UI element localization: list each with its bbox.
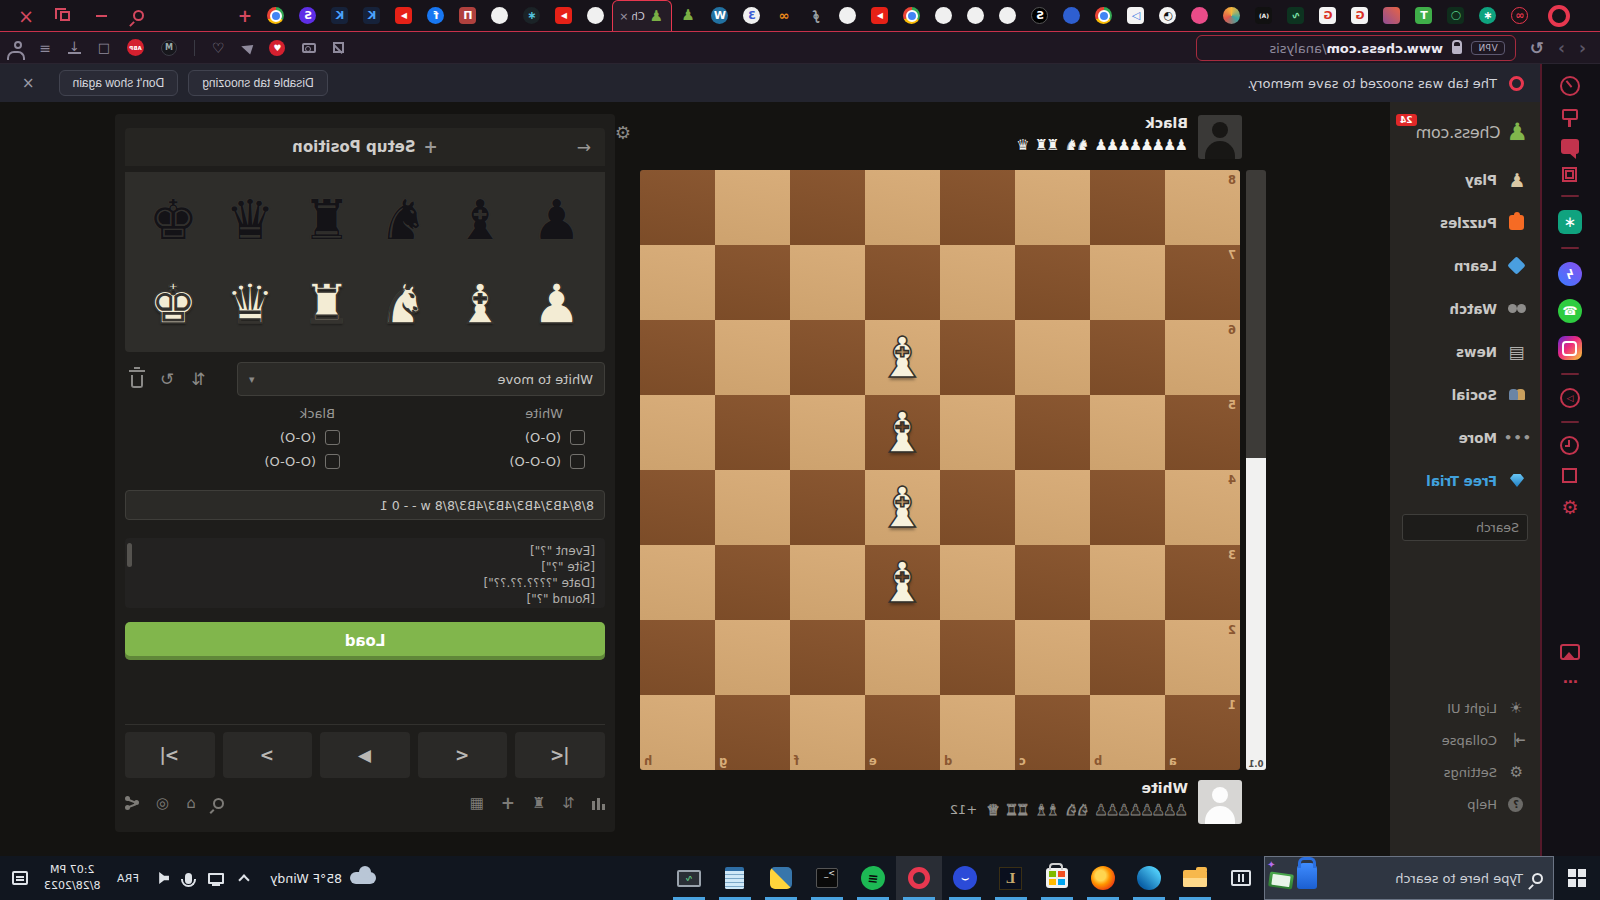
- sidebar-item-news[interactable]: ▤News: [1390, 330, 1540, 373]
- tab-arc[interactable]: (A): [1248, 0, 1280, 31]
- utility-label: Collapse: [1442, 733, 1497, 748]
- square-e8[interactable]: [865, 170, 940, 245]
- address-bar: ‹ › ↻ VPN www.chess.com/analysis ♥♡MABP□…: [0, 32, 1600, 64]
- taskbar-app-store[interactable]: [1034, 856, 1080, 900]
- square-c6[interactable]: [1015, 320, 1090, 395]
- tab-github[interactable]: [580, 0, 612, 31]
- opening-library-icon[interactable]: ⌂: [186, 794, 196, 812]
- square-f7[interactable]: [790, 245, 865, 320]
- notepad-icon: [726, 867, 745, 889]
- pgn-line: [Site "?"]: [135, 559, 595, 575]
- sidebar-item-more[interactable]: •••More: [1390, 416, 1540, 459]
- tab-k[interactable]: K: [324, 0, 356, 31]
- whatsapp-sidebar-icon[interactable]: ☎: [1558, 299, 1582, 323]
- square-h6[interactable]: [640, 320, 715, 395]
- square-a7[interactable]: 7: [1165, 245, 1240, 320]
- restore-icon[interactable]: [60, 11, 70, 21]
- clear-board-trash-icon[interactable]: [131, 370, 143, 388]
- square-d5[interactable]: [940, 395, 1015, 470]
- evaluation-white-portion: [1246, 458, 1266, 770]
- taskbar-app-spotify[interactable]: ≡: [850, 856, 896, 900]
- square-h3[interactable]: [640, 545, 715, 620]
- square-e6[interactable]: ♝: [865, 320, 940, 395]
- evaluation-score: 0.1: [1246, 759, 1266, 769]
- crop-extension-icon[interactable]: [334, 42, 345, 53]
- action-center-icon[interactable]: [12, 871, 28, 885]
- sidebar-item-learn[interactable]: Learn: [1390, 244, 1540, 287]
- square-a5[interactable]: 5: [1165, 395, 1240, 470]
- tab-favicon-chrome: [904, 7, 921, 24]
- weather-widget[interactable]: 85°F Windy: [264, 871, 382, 886]
- tab-favicon-youtube: ▶: [396, 7, 413, 24]
- white-long-castle-checkbox[interactable]: [570, 454, 585, 469]
- tab-three[interactable]: 3: [736, 0, 768, 31]
- plus-icon: +: [424, 137, 438, 157]
- sidebar-item-watch[interactable]: Watch: [1390, 287, 1540, 330]
- chatgpt-sidebar-icon[interactable]: ∗: [1558, 210, 1582, 234]
- terminal-icon: >_: [816, 868, 838, 888]
- chesscom-logo[interactable]: ♟ Chess.com 24: [1390, 102, 1540, 158]
- square-c2[interactable]: [1015, 620, 1090, 695]
- box-sidebar-icon[interactable]: [1563, 468, 1578, 483]
- tab-github[interactable]: [832, 0, 864, 31]
- tab-cat[interactable]: [1056, 0, 1088, 31]
- m-icon-extension-icon[interactable]: M: [161, 40, 177, 56]
- square-e3[interactable]: ♝: [865, 545, 940, 620]
- tab-favicon-chrome: [268, 7, 285, 24]
- rank-label: 2: [1228, 623, 1236, 637]
- tab-favicon-facebook: f: [428, 7, 445, 24]
- castling-white-column: White (O-O) (O-O-O): [365, 406, 605, 478]
- swap-colors-icon[interactable]: ⇅: [191, 369, 205, 389]
- black-long-castle-checkbox[interactable]: [325, 454, 340, 469]
- tab-favicon-github: [936, 7, 953, 24]
- sysmon-icon: ∿: [677, 870, 701, 887]
- new-tab-button[interactable]: +: [238, 6, 252, 26]
- square-a3[interactable]: 3: [1165, 545, 1240, 620]
- chess-board[interactable]: 876♝5♝4♝3♝21abcdefgh: [640, 170, 1240, 770]
- square-a6[interactable]: 6: [1165, 320, 1240, 395]
- back-icon[interactable]: ‹: [1579, 38, 1586, 58]
- chart-icon[interactable]: [592, 797, 605, 810]
- explore-magnifier-icon[interactable]: [213, 798, 224, 809]
- taskbar-search-placeholder: Type here to search: [1395, 871, 1523, 886]
- pgn-scrollbar[interactable]: [127, 543, 132, 567]
- square-c4[interactable]: [1015, 470, 1090, 545]
- microphone-tray-icon[interactable]: [185, 873, 192, 884]
- tab-greencircle[interactable]: ◯: [1440, 0, 1472, 31]
- square-e4[interactable]: ♝: [865, 470, 940, 545]
- palette-black-rook[interactable]: ♜: [302, 193, 351, 248]
- square-d2[interactable]: [940, 620, 1015, 695]
- square-e1[interactable]: e: [865, 695, 940, 770]
- file-label: f: [794, 754, 799, 768]
- sidebar-utility-light-ui[interactable]: ☀Light UI: [1390, 692, 1540, 724]
- dots-sidebar-icon[interactable]: ⋯: [1562, 673, 1578, 691]
- tab-favicon-dribbble: [1192, 7, 1209, 24]
- tab-chrome[interactable]: [1088, 0, 1120, 31]
- square-b3[interactable]: [1090, 545, 1165, 620]
- square-c8[interactable]: [1015, 170, 1090, 245]
- back-arrow-icon[interactable]: ←: [577, 137, 591, 157]
- tab-scircle[interactable]: S: [1024, 0, 1056, 31]
- tab-github[interactable]: [992, 0, 1024, 31]
- taskbar-app-edge[interactable]: [1126, 856, 1172, 900]
- tab-youtube[interactable]: ▶: [548, 0, 580, 31]
- taskbar-app-firefox[interactable]: [1080, 856, 1126, 900]
- sidebar-utility-collapse[interactable]: →▏Collapse: [1390, 724, 1540, 756]
- square-g7[interactable]: [715, 245, 790, 320]
- square-f5[interactable]: [790, 395, 865, 470]
- captured-piece-group: ♟♟♟♟♟♟♟♟: [1096, 136, 1188, 154]
- collapse-icon: →▏: [1506, 733, 1526, 747]
- tab-chrome[interactable]: [260, 0, 292, 31]
- square-a4[interactable]: 4: [1165, 470, 1240, 545]
- square-f6[interactable]: [790, 320, 865, 395]
- taskbar-app-operagx[interactable]: [896, 856, 942, 900]
- turn-selector-dropdown[interactable]: White to move ▾: [237, 362, 605, 396]
- tab-chrome[interactable]: [896, 0, 928, 31]
- tab-favicon-k: K: [332, 7, 349, 24]
- palette-white-knight[interactable]: ♞: [379, 277, 428, 332]
- tab-github[interactable]: [960, 0, 992, 31]
- extension-icons: ♥♡MABP□↓≡: [14, 39, 345, 56]
- sidebar-utility-help[interactable]: ?Help: [1390, 788, 1540, 820]
- square-e7[interactable]: [865, 245, 940, 320]
- tab-controller[interactable]: ∞: [1504, 0, 1536, 31]
- palette-white-queen[interactable]: ♛: [225, 277, 274, 332]
- share-icon[interactable]: [125, 796, 139, 810]
- square-g2[interactable]: [715, 620, 790, 695]
- palette-black-king[interactable]: ♚: [149, 193, 198, 248]
- tab-greent[interactable]: T: [1408, 0, 1440, 31]
- white-avatar[interactable]: [1198, 780, 1242, 824]
- taskbar-clock[interactable]: 2:07 PM 8/28/2023: [44, 862, 100, 894]
- tab-favicon-youtube: ▶: [556, 7, 573, 24]
- palette-black-pawn[interactable]: ♟: [532, 193, 581, 248]
- taskbar-app-terminal[interactable]: >_: [804, 856, 850, 900]
- square-b2[interactable]: [1090, 620, 1165, 695]
- move-navigation-buttons: |<<▶>>|: [125, 732, 605, 778]
- tab-favicon-bird: [1224, 7, 1241, 24]
- sidebar-item-label: Puzzles: [1440, 215, 1497, 231]
- go-to-end-button[interactable]: >|: [125, 732, 215, 778]
- square-a2[interactable]: 2: [1165, 620, 1240, 695]
- tab-github[interactable]: [484, 0, 516, 31]
- box-extension-icon[interactable]: □: [98, 40, 110, 55]
- tab-favicon-infinity: ∞: [776, 7, 793, 24]
- rank-label: 4: [1228, 473, 1236, 487]
- square-h8[interactable]: [640, 170, 715, 245]
- square-g4[interactable]: [715, 470, 790, 545]
- square-c7[interactable]: [1015, 245, 1090, 320]
- sidebar-item-puzzles[interactable]: Puzzles: [1390, 201, 1540, 244]
- pgn-textarea[interactable]: [Event "?"][Site "?"][Date "????.??.??"]…: [125, 538, 605, 608]
- palette-black-knight[interactable]: ♞: [379, 193, 428, 248]
- tab-favicon-github: [588, 7, 605, 24]
- play-sidebar-icon[interactable]: ▷: [1560, 388, 1580, 408]
- tab-facebook[interactable]: f: [420, 0, 452, 31]
- search-promo-image: ✦: [1265, 859, 1323, 899]
- tab-wordpress[interactable]: W: [704, 0, 736, 31]
- clock-sidebar-icon[interactable]: [1561, 436, 1580, 455]
- flip-board-icon[interactable]: ⇅: [562, 794, 575, 812]
- square-b5[interactable]: [1090, 395, 1165, 470]
- tab-youtube[interactable]: ▶: [388, 0, 420, 31]
- square-d8[interactable]: [940, 170, 1015, 245]
- tab-snooze-notification: The tab was snoozed to save memory. Disa…: [0, 64, 1540, 102]
- keyboard-language[interactable]: FRA: [116, 872, 139, 885]
- tab-infinity[interactable]: ∞: [768, 0, 800, 31]
- reset-board-icon[interactable]: ↻: [160, 369, 174, 389]
- tab-chesspawn[interactable]: ♟: [672, 0, 704, 31]
- abp-extension-icon[interactable]: ABP: [127, 39, 144, 56]
- tab-favicon-github: [492, 7, 509, 24]
- brush-sidebar-icon[interactable]: [1562, 109, 1578, 126]
- taskbar-app-sysmon[interactable]: ∿: [666, 856, 712, 900]
- dont-show-again-button[interactable]: Don't show again: [59, 70, 179, 96]
- tab-favicon-tri: ▷: [1128, 7, 1145, 24]
- forward-icon[interactable]: ›: [1558, 38, 1565, 58]
- tab-penguin[interactable]: ◔: [1152, 0, 1184, 31]
- display-tray-icon[interactable]: [208, 873, 224, 884]
- white-short-castle-checkbox[interactable]: [570, 430, 585, 445]
- instagram-sidebar-icon[interactable]: [1558, 336, 1582, 360]
- square-f2[interactable]: [790, 620, 865, 695]
- load-button[interactable]: Load: [125, 622, 605, 660]
- search-icon[interactable]: [133, 10, 144, 21]
- heart-extension-icon[interactable]: ♡: [212, 40, 225, 56]
- pieces-icon[interactable]: ♜: [532, 794, 545, 812]
- play-button[interactable]: ▶: [320, 732, 410, 778]
- taskbar-app-notepad[interactable]: [712, 856, 758, 900]
- spotify-icon: ≡: [861, 866, 885, 890]
- captured-piece-group: ♛: [1018, 136, 1029, 154]
- python-icon: [770, 867, 792, 889]
- taskbar-app-league[interactable]: L: [988, 856, 1034, 900]
- reload-icon[interactable]: ↻: [1530, 38, 1544, 58]
- sidebar-item-label: Free Trial: [1426, 473, 1497, 489]
- square-c5[interactable]: [1015, 395, 1090, 470]
- pgn-line: [Round "?"]: [135, 591, 595, 607]
- pgn-line: [Event "?"]: [135, 543, 595, 559]
- square-h4[interactable]: [640, 470, 715, 545]
- square-f8[interactable]: [790, 170, 865, 245]
- square-h1[interactable]: h: [640, 695, 715, 770]
- binoculars-icon: [1507, 304, 1527, 314]
- tab-clip[interactable]: ∮: [800, 0, 832, 31]
- cpu-sidebar-icon[interactable]: [1563, 167, 1578, 182]
- tab-chesscom-active[interactable]: ♟Ch×: [612, 0, 672, 31]
- square-e5[interactable]: ♝: [865, 395, 940, 470]
- tab-ph[interactable]: Π: [452, 0, 484, 31]
- white-bishop-e5[interactable]: ♝: [865, 395, 940, 470]
- tab-react[interactable]: ∗: [516, 0, 548, 31]
- square-g3[interactable]: [715, 545, 790, 620]
- sidebar-item-social[interactable]: Social: [1390, 373, 1540, 416]
- tab-favicon-arc: (A): [1256, 7, 1273, 24]
- square-b7[interactable]: [1090, 245, 1165, 320]
- square-b6[interactable]: [1090, 320, 1165, 395]
- palette-white-king[interactable]: ♚: [149, 277, 198, 332]
- practice-target-icon[interactable]: ◎: [156, 794, 169, 812]
- next-move-button[interactable]: >: [223, 732, 313, 778]
- sliders-extension-icon[interactable]: ≡: [39, 40, 51, 56]
- close-icon[interactable]: ×: [18, 5, 34, 27]
- square-h7[interactable]: [640, 245, 715, 320]
- tab-close-icon[interactable]: ×: [619, 10, 628, 23]
- square-d7[interactable]: [940, 245, 1015, 320]
- camera-extension-icon[interactable]: [303, 43, 317, 53]
- square-c1[interactable]: c: [1015, 695, 1090, 770]
- person-extension-icon[interactable]: [14, 47, 22, 49]
- weather-text: 85°F Windy: [270, 871, 342, 886]
- taskbar-app-discord[interactable]: ⌣: [942, 856, 988, 900]
- captured-piece-group: ♟♟♟♟♟♟♟♟: [1096, 801, 1188, 819]
- white-bishop-e4[interactable]: ♝: [865, 470, 940, 545]
- sidebar-items: ♟PlayPuzzlesLearnWatch▤NewsSocial•••More…: [1390, 158, 1540, 502]
- image-sidebar-icon[interactable]: [1560, 644, 1580, 660]
- black-short-castle-checkbox[interactable]: [325, 430, 340, 445]
- disable-tab-snoozing-button[interactable]: Disable tab snoozing: [188, 70, 327, 96]
- file-label: g: [719, 754, 727, 768]
- castling-options: White (O-O) (O-O-O) Black (O-O) (O-O-O): [125, 406, 605, 478]
- rank-label: 6: [1228, 323, 1236, 337]
- board-editor-icon[interactable]: ▦: [470, 794, 484, 812]
- taskbar-date: 8/28/2023: [44, 878, 100, 894]
- sidebar-item-label: More: [1458, 430, 1497, 446]
- notification-close-icon[interactable]: ×: [22, 74, 35, 92]
- square-b8[interactable]: [1090, 170, 1165, 245]
- vpn-badge[interactable]: VPN: [1471, 41, 1505, 55]
- add-icon[interactable]: +: [501, 793, 515, 813]
- avg-extension-icon[interactable]: ♥: [270, 40, 286, 56]
- palette-white-bishop[interactable]: ♝: [455, 277, 504, 332]
- sidebar-item-free-trial[interactable]: Free Trial: [1390, 459, 1540, 502]
- square-a1[interactable]: 1a: [1165, 695, 1240, 770]
- sidebar-item-label: News: [1456, 344, 1497, 360]
- square-f4[interactable]: [790, 470, 865, 545]
- tab-bird[interactable]: [1216, 0, 1248, 31]
- palette-white-rook[interactable]: ♜: [302, 277, 351, 332]
- tab-youtube[interactable]: ▶: [864, 0, 896, 31]
- square-f3[interactable]: [790, 545, 865, 620]
- square-d6[interactable]: [940, 320, 1015, 395]
- tab-anime[interactable]: [1376, 0, 1408, 31]
- fen-input[interactable]: 8/8/4B3/4B3/4B3/4B3/8/8 w - - 0 1: [125, 490, 605, 520]
- tab-dribbble[interactable]: [1184, 0, 1216, 31]
- tab-tri[interactable]: ▷: [1120, 0, 1152, 31]
- tab-gmail[interactable]: G: [1312, 0, 1344, 31]
- send-extension-icon[interactable]: [242, 43, 253, 53]
- square-b1[interactable]: b: [1090, 695, 1165, 770]
- file-label: a: [1169, 754, 1177, 768]
- gauge-sidebar-icon[interactable]: [1560, 76, 1580, 96]
- tab-favicon-shazam: S: [300, 7, 317, 24]
- tab-shazam[interactable]: S: [292, 0, 324, 31]
- square-g8[interactable]: [715, 170, 790, 245]
- utility-label: Help: [1467, 797, 1497, 812]
- palette-black-queen[interactable]: ♛: [225, 193, 274, 248]
- taskbar-app-taskview[interactable]: [1218, 856, 1264, 900]
- gear-sidebar-icon[interactable]: ⚙: [1561, 496, 1578, 518]
- sidebar-item-label: Watch: [1449, 301, 1497, 317]
- file-label: b: [1094, 754, 1102, 768]
- sidebar-utility-settings[interactable]: ⚙Settings: [1390, 756, 1540, 788]
- white-bishop-e6[interactable]: ♝: [865, 320, 940, 395]
- tab-chatgpt[interactable]: ∗: [1472, 0, 1504, 31]
- taskbar-app-python[interactable]: [758, 856, 804, 900]
- logo-text: Chess: [1454, 123, 1500, 142]
- sidebar-search-input[interactable]: [1402, 514, 1528, 541]
- square-g5[interactable]: [715, 395, 790, 470]
- evaluation-bar: 0.1: [1246, 170, 1266, 770]
- messenger-sidebar-icon[interactable]: ϟ: [1558, 262, 1582, 286]
- square-a8[interactable]: 8: [1165, 170, 1240, 245]
- rank-label: 3: [1228, 548, 1236, 562]
- tab-favicon-greencircle: ◯: [1448, 7, 1465, 24]
- sidebar-item-label: Learn: [1454, 258, 1497, 274]
- square-d1[interactable]: d: [940, 695, 1015, 770]
- square-h5[interactable]: [640, 395, 715, 470]
- square-f1[interactable]: f: [790, 695, 865, 770]
- discord-icon: ⌣: [953, 866, 977, 890]
- black-captured-pieces: ♟♟♟♟♟♟♟♟♞♞♜♜♛: [1018, 136, 1188, 154]
- white-bishop-e3[interactable]: ♝: [865, 545, 940, 620]
- black-long-castle-label: (O-O-O): [264, 454, 316, 469]
- square-g1[interactable]: g: [715, 695, 790, 770]
- tab-favicon-chatgpt: ∗: [1480, 7, 1497, 24]
- tab-k[interactable]: K: [356, 0, 388, 31]
- tab-gmail[interactable]: G: [1344, 0, 1376, 31]
- square-d4[interactable]: [940, 470, 1015, 545]
- url-field[interactable]: VPN www.chess.com/analysis: [1196, 35, 1516, 61]
- square-b4[interactable]: [1090, 470, 1165, 545]
- logo-suffix: .com: [1416, 123, 1454, 142]
- square-g6[interactable]: [715, 320, 790, 395]
- tab-favicon-wordpress: W: [712, 7, 729, 24]
- taskbar-search[interactable]: Type here to search ✦: [1264, 856, 1554, 900]
- speaker-tray-icon[interactable]: [155, 872, 169, 884]
- square-c3[interactable]: [1015, 545, 1090, 620]
- square-h2[interactable]: [640, 620, 715, 695]
- palette-black-bishop[interactable]: ♝: [455, 193, 504, 248]
- previous-move-button[interactable]: <: [418, 732, 508, 778]
- download-extension-icon[interactable]: ↓: [68, 41, 81, 54]
- opera-gx-menu-icon[interactable]: [1548, 5, 1570, 27]
- newspaper-icon: ▤: [1507, 342, 1527, 362]
- go-to-start-button[interactable]: |<: [515, 732, 605, 778]
- tab-chart[interactable]: ∿: [1280, 0, 1312, 31]
- url-host: www.chess.com: [1326, 41, 1443, 56]
- minimize-icon[interactable]: [96, 15, 107, 17]
- twitch-sidebar-icon[interactable]: [1561, 139, 1579, 154]
- board-settings-gear-icon[interactable]: ⚙: [615, 122, 631, 143]
- square-e2[interactable]: [865, 620, 940, 695]
- hidden-icons-chevron[interactable]: [238, 874, 249, 885]
- palette-white-pawn[interactable]: ♟: [532, 277, 581, 332]
- sidebar-item-play[interactable]: ♟Play: [1390, 158, 1540, 201]
- tab-favicon-chesspawn: ♟: [648, 8, 665, 25]
- panel-divider: [125, 724, 605, 725]
- start-button[interactable]: [1554, 856, 1600, 900]
- tab-github[interactable]: [928, 0, 960, 31]
- taskbar-app-explorer[interactable]: [1172, 856, 1218, 900]
- tab-favicon-gmail: G: [1320, 7, 1337, 24]
- system-tray: 85°F Windy FRA 2:07 PM 8/28/2023: [0, 862, 382, 894]
- square-d3[interactable]: [940, 545, 1015, 620]
- black-avatar[interactable]: [1198, 115, 1242, 159]
